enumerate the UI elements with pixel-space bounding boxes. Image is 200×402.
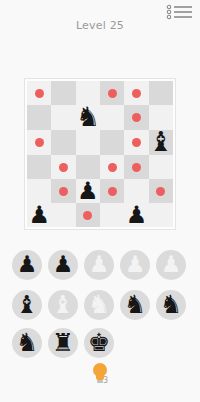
tray-slot-white-pawn[interactable]: ♟ xyxy=(156,250,186,280)
tray-row-bishops-knights: ♝♝♞♞♞ xyxy=(12,290,186,320)
hint-count: 3 xyxy=(103,376,108,385)
white-bishop-piece: ♝ xyxy=(52,292,74,317)
board-cell-r4c5[interactable] xyxy=(149,179,173,203)
tray-row-knight-rook-king: ♞♜♚ xyxy=(12,328,114,358)
board-cell-r4c4[interactable] xyxy=(124,179,148,203)
tray-slot-black-rook[interactable]: ♜ xyxy=(48,328,78,358)
menu-button[interactable] xyxy=(166,4,194,20)
board-cell-r3c2[interactable] xyxy=(76,155,100,179)
board-cell-r2c2[interactable] xyxy=(76,130,100,155)
tray-slot-white-pawn[interactable]: ♟ xyxy=(120,250,150,280)
black-pawn-piece[interactable]: ♟ xyxy=(28,203,50,227)
black-knight-piece: ♞ xyxy=(124,292,146,317)
board-cell-r1c0[interactable] xyxy=(27,105,51,130)
board-cell-r3c3[interactable] xyxy=(100,155,124,179)
board-cell-r4c2[interactable]: ♟ xyxy=(76,179,100,203)
tray-slot-black-pawn[interactable]: ♟ xyxy=(48,250,78,280)
tray-slot-black-bishop[interactable]: ♝ xyxy=(12,290,42,320)
attack-dot xyxy=(35,89,44,98)
tray-slot-black-knight[interactable]: ♞ xyxy=(120,290,150,320)
attack-dot xyxy=(132,138,141,147)
bulleted-list-menu-icon xyxy=(166,4,194,20)
white-pawn-piece: ♟ xyxy=(161,253,182,276)
white-knight-piece: ♞ xyxy=(88,292,110,317)
board-cell-r3c5[interactable] xyxy=(149,155,173,179)
board-cell-r0c0[interactable] xyxy=(27,81,51,105)
board-cell-r0c4[interactable] xyxy=(124,81,148,105)
attack-dot xyxy=(59,163,68,172)
black-king-piece: ♚ xyxy=(88,330,110,355)
board-cell-r2c4[interactable] xyxy=(124,130,148,155)
black-pawn-piece[interactable]: ♟ xyxy=(126,203,148,227)
board-cell-r3c4[interactable] xyxy=(124,155,148,179)
tray-row-pawns: ♟♟♟♟♟ xyxy=(12,250,186,280)
black-pawn-piece[interactable]: ♟ xyxy=(77,179,99,203)
attack-dot xyxy=(132,163,141,172)
board-cell-r1c4[interactable] xyxy=(124,105,148,130)
attack-dot xyxy=(132,89,141,98)
board-cell-r4c1[interactable] xyxy=(51,179,75,203)
black-bishop-piece[interactable]: ♝ xyxy=(149,128,173,155)
board-cell-r3c0[interactable] xyxy=(27,155,51,179)
board-cell-r5c2[interactable] xyxy=(76,203,100,227)
white-pawn-piece: ♟ xyxy=(89,253,110,276)
tray-slot-black-knight[interactable]: ♞ xyxy=(156,290,186,320)
board-cell-r2c5[interactable]: ♝ xyxy=(149,130,173,155)
black-pawn-piece: ♟ xyxy=(53,253,74,276)
tray-slot-black-pawn[interactable]: ♟ xyxy=(12,250,42,280)
black-pawn-piece: ♟ xyxy=(17,253,38,276)
black-bishop-piece: ♝ xyxy=(16,292,38,317)
board-cell-r0c1[interactable] xyxy=(51,81,75,105)
black-knight-piece[interactable]: ♞ xyxy=(76,103,100,130)
board-cell-r2c3[interactable] xyxy=(100,130,124,155)
tray-slot-white-pawn[interactable]: ♟ xyxy=(84,250,114,280)
attack-dot xyxy=(35,138,44,147)
attack-dot xyxy=(83,211,92,220)
board-cell-r3c1[interactable] xyxy=(51,155,75,179)
attack-dot xyxy=(108,163,117,172)
board-cell-r0c3[interactable] xyxy=(100,81,124,105)
board-cell-r2c1[interactable] xyxy=(51,130,75,155)
black-knight-piece: ♞ xyxy=(160,292,182,317)
white-pawn-piece: ♟ xyxy=(125,253,146,276)
board-cell-r1c1[interactable] xyxy=(51,105,75,130)
board-cell-r4c3[interactable] xyxy=(100,179,124,203)
attack-dot xyxy=(132,113,141,122)
black-knight-piece: ♞ xyxy=(16,330,38,355)
attack-dot xyxy=(108,187,117,196)
board-cell-r5c4[interactable]: ♟ xyxy=(124,203,148,227)
attack-dot xyxy=(156,187,165,196)
board-cell-r0c5[interactable] xyxy=(149,81,173,105)
attack-dot xyxy=(59,187,68,196)
board-cell-r4c0[interactable] xyxy=(27,179,51,203)
tray-slot-white-bishop[interactable]: ♝ xyxy=(48,290,78,320)
level-title: Level 25 xyxy=(0,19,200,32)
board-cell-r1c3[interactable] xyxy=(100,105,124,130)
tray-slot-black-knight[interactable]: ♞ xyxy=(12,328,42,358)
board-cell-r5c5[interactable] xyxy=(149,203,173,227)
tray-slot-black-king[interactable]: ♚ xyxy=(84,328,114,358)
attack-dot xyxy=(108,89,117,98)
black-rook-piece: ♜ xyxy=(52,330,74,355)
board-cell-r5c3[interactable] xyxy=(100,203,124,227)
board-cell-r5c1[interactable] xyxy=(51,203,75,227)
tray-slot-white-knight[interactable]: ♞ xyxy=(84,290,114,320)
board-cell-r2c0[interactable] xyxy=(27,130,51,155)
board-cell-r5c0[interactable]: ♟ xyxy=(27,203,51,227)
board-cell-r1c2[interactable]: ♞ xyxy=(76,105,100,130)
hint-button[interactable]: 3 xyxy=(88,363,112,387)
board: ♞♝♟♟♟ xyxy=(24,78,176,230)
